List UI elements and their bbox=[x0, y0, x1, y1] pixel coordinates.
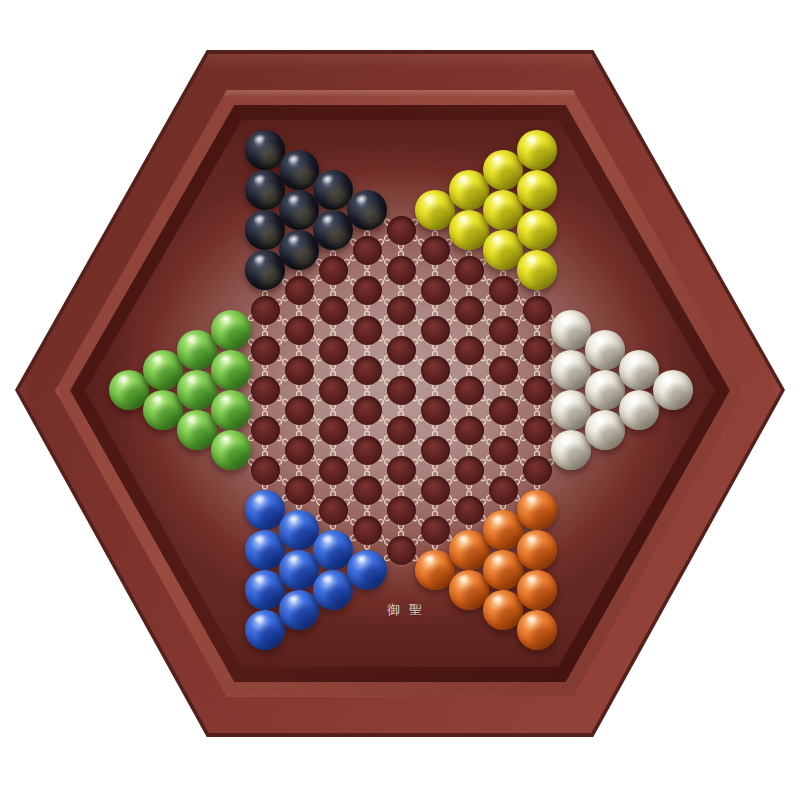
marble-white-c17-r1[interactable] bbox=[653, 370, 693, 410]
hole-c9-r4[interactable] bbox=[387, 336, 416, 365]
marble-black-c8-r1[interactable] bbox=[347, 190, 387, 230]
hole-c8-r7[interactable] bbox=[353, 436, 382, 465]
brand-text-characters: 御聖 bbox=[387, 602, 431, 617]
hole-c10-r5[interactable] bbox=[421, 356, 450, 385]
marble-green-c4-r4[interactable] bbox=[211, 430, 251, 470]
marble-orange-c13-r10[interactable] bbox=[517, 490, 557, 530]
marble-yellow-c13-r3[interactable] bbox=[517, 210, 557, 250]
hole-c10-r4[interactable] bbox=[421, 316, 450, 345]
hole-c6-r6[interactable] bbox=[285, 356, 314, 385]
hole-c12-r5[interactable] bbox=[489, 316, 518, 345]
hole-c9-r2[interactable] bbox=[387, 256, 416, 285]
hole-c9-r5[interactable] bbox=[387, 376, 416, 405]
marble-blue-c8-r10[interactable] bbox=[347, 550, 387, 590]
hole-c6-r9[interactable] bbox=[285, 476, 314, 505]
hole-c9-r7[interactable] bbox=[387, 456, 416, 485]
hole-c8-r5[interactable] bbox=[353, 356, 382, 385]
hole-c13-r9[interactable] bbox=[523, 456, 552, 485]
hole-c8-r4[interactable] bbox=[353, 316, 382, 345]
hole-c7-r3[interactable] bbox=[319, 256, 348, 285]
marble-green-c4-r3[interactable] bbox=[211, 390, 251, 430]
hole-c12-r8[interactable] bbox=[489, 436, 518, 465]
marble-orange-c13-r12[interactable] bbox=[517, 570, 557, 610]
hole-c6-r8[interactable] bbox=[285, 436, 314, 465]
hole-c11-r9[interactable] bbox=[455, 496, 484, 525]
hole-c10-r8[interactable] bbox=[421, 476, 450, 505]
hole-c9-r1[interactable] bbox=[387, 216, 416, 245]
hole-c11-r6[interactable] bbox=[455, 376, 484, 405]
hole-c8-r2[interactable] bbox=[353, 236, 382, 265]
marble-yellow-c13-r1[interactable] bbox=[517, 130, 557, 170]
hole-c10-r6[interactable] bbox=[421, 396, 450, 425]
hole-c9-r6[interactable] bbox=[387, 416, 416, 445]
marble-green-c4-r2[interactable] bbox=[211, 350, 251, 390]
hole-c8-r8[interactable] bbox=[353, 476, 382, 505]
hole-c7-r7[interactable] bbox=[319, 416, 348, 445]
marble-yellow-c13-r4[interactable] bbox=[517, 250, 557, 290]
hole-c10-r9[interactable] bbox=[421, 516, 450, 545]
hole-c7-r4[interactable] bbox=[319, 296, 348, 325]
marble-orange-c13-r13[interactable] bbox=[517, 610, 557, 650]
hole-c11-r3[interactable] bbox=[455, 256, 484, 285]
hole-c9-r8[interactable] bbox=[387, 496, 416, 525]
hole-c11-r5[interactable] bbox=[455, 336, 484, 365]
hole-c7-r6[interactable] bbox=[319, 376, 348, 405]
hole-c6-r5[interactable] bbox=[285, 316, 314, 345]
brand-text: 御聖 bbox=[378, 601, 440, 619]
hole-c8-r6[interactable] bbox=[353, 396, 382, 425]
hole-c7-r8[interactable] bbox=[319, 456, 348, 485]
marble-orange-c13-r11[interactable] bbox=[517, 530, 557, 570]
hole-c13-r7[interactable] bbox=[523, 376, 552, 405]
hole-c8-r9[interactable] bbox=[353, 516, 382, 545]
hole-c11-r4[interactable] bbox=[455, 296, 484, 325]
hole-c10-r3[interactable] bbox=[421, 276, 450, 305]
hole-c5-r8[interactable] bbox=[251, 416, 280, 445]
hole-c9-r3[interactable] bbox=[387, 296, 416, 325]
hole-c11-r8[interactable] bbox=[455, 456, 484, 485]
hole-c5-r6[interactable] bbox=[251, 336, 280, 365]
hole-c12-r7[interactable] bbox=[489, 396, 518, 425]
hole-c5-r9[interactable] bbox=[251, 456, 280, 485]
hole-c10-r7[interactable] bbox=[421, 436, 450, 465]
hole-c8-r3[interactable] bbox=[353, 276, 382, 305]
marble-green-c4-r1[interactable] bbox=[211, 310, 251, 350]
hole-c12-r6[interactable] bbox=[489, 356, 518, 385]
hole-c9-r9[interactable] bbox=[387, 536, 416, 565]
marble-yellow-c13-r2[interactable] bbox=[517, 170, 557, 210]
hole-c7-r9[interactable] bbox=[319, 496, 348, 525]
hole-c5-r7[interactable] bbox=[251, 376, 280, 405]
hole-c12-r4[interactable] bbox=[489, 276, 518, 305]
photo-background: 御聖 bbox=[0, 0, 800, 800]
hole-c6-r4[interactable] bbox=[285, 276, 314, 305]
hole-c7-r5[interactable] bbox=[319, 336, 348, 365]
hole-c12-r9[interactable] bbox=[489, 476, 518, 505]
hole-c13-r8[interactable] bbox=[523, 416, 552, 445]
hole-c5-r5[interactable] bbox=[251, 296, 280, 325]
hole-c11-r7[interactable] bbox=[455, 416, 484, 445]
hole-c13-r5[interactable] bbox=[523, 296, 552, 325]
hole-c13-r6[interactable] bbox=[523, 336, 552, 365]
hole-c10-r2[interactable] bbox=[421, 236, 450, 265]
hole-c6-r7[interactable] bbox=[285, 396, 314, 425]
